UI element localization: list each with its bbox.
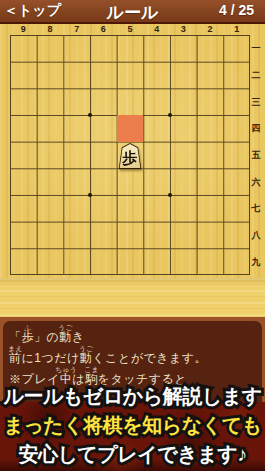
board-star-point xyxy=(88,113,92,117)
text-segment: き xyxy=(72,331,85,344)
promo-text-line-2: まったく将棋を知らなくても xyxy=(0,413,265,437)
furigana: まえ xyxy=(8,345,22,352)
rank-label-9: 九 xyxy=(252,255,261,268)
text-segment: くことができます。 xyxy=(92,352,207,365)
shogi-piece-歩-5五: 歩 xyxy=(118,143,142,169)
file-label-9: 9 xyxy=(21,24,26,34)
furigana: うご xyxy=(79,345,93,352)
file-label-2: 2 xyxy=(207,24,212,34)
app-screen: ＜トップ ルール 4 / 25 「歩ふ」の動うごき前まえに1つだけ動うごくことが… xyxy=(0,0,265,471)
table-wood-background xyxy=(0,278,265,317)
board-star-point xyxy=(168,193,172,197)
header-divider xyxy=(0,22,265,24)
furigana: ふ xyxy=(24,324,31,331)
rank-label-4: 四 xyxy=(252,122,261,135)
file-label-6: 6 xyxy=(101,24,106,34)
rank-label-8: 八 xyxy=(252,229,261,242)
text-segment: 「 xyxy=(9,331,22,344)
rank-label-1: 一 xyxy=(252,42,261,55)
rank-label-3: 三 xyxy=(252,95,261,108)
text-segment: 歩ふ xyxy=(22,331,35,344)
promo-text-line-1: ルールもゼロから解説します xyxy=(0,384,265,408)
file-label-5: 5 xyxy=(127,24,132,34)
file-label-1: 1 xyxy=(234,24,239,34)
file-label-3: 3 xyxy=(181,24,186,34)
explanation-line-2: 前まえに1つだけ動うごくことができます。 xyxy=(9,344,262,365)
text-segment: に1つだけ xyxy=(22,352,80,365)
board-star-point xyxy=(88,193,92,197)
furigana: こま xyxy=(84,366,98,373)
page-indicator: 4 / 25 xyxy=(219,2,254,18)
piece-kanji: 歩 xyxy=(118,151,142,166)
explanation-line-3: ※プレイ中ちゅうは駒こまをタッチすると xyxy=(9,365,262,386)
rank-label-5: 五 xyxy=(252,149,261,162)
file-label-7: 7 xyxy=(74,24,79,34)
text-segment: 」の xyxy=(34,331,59,344)
file-label-8: 8 xyxy=(47,24,52,34)
header-bar: ＜トップ ルール 4 / 25 xyxy=(0,0,265,22)
rank-label-7: 七 xyxy=(252,202,261,215)
text-segment: 前まえ xyxy=(9,352,22,365)
text-segment: 動うご xyxy=(59,331,72,344)
highlighted-square-5四 xyxy=(117,115,144,142)
furigana: うご xyxy=(58,324,72,331)
file-label-4: 4 xyxy=(154,24,159,34)
text-segment: 動うご xyxy=(80,352,93,365)
rank-label-2: 二 xyxy=(252,69,261,82)
promo-text-line-3: 安心してプレイできます♪ xyxy=(0,442,265,466)
board-star-point xyxy=(168,113,172,117)
rank-label-6: 六 xyxy=(252,175,261,188)
explanation-line-1: 「歩ふ」の動うごき xyxy=(9,323,262,344)
